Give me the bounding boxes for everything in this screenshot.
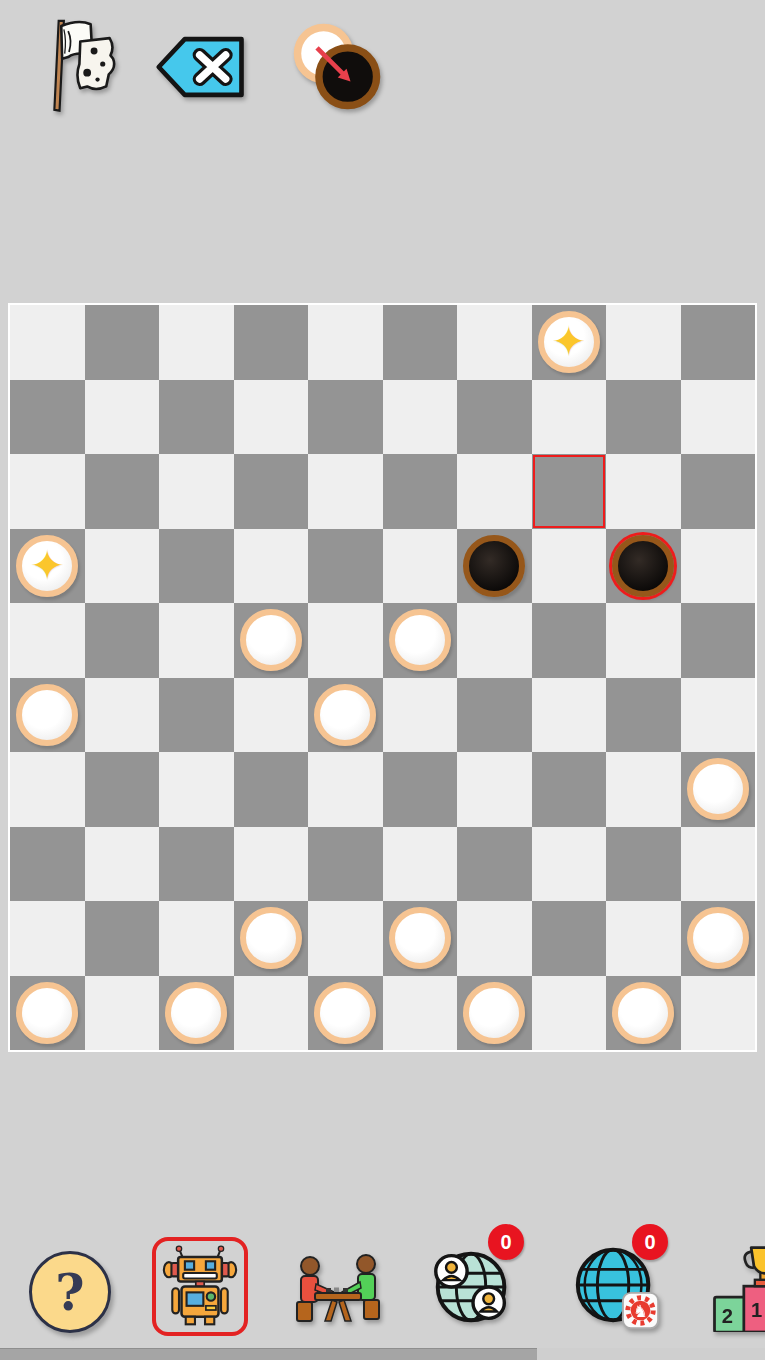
square-r0c1[interactable]	[85, 305, 160, 380]
square-r2c0	[10, 454, 85, 529]
square-r7c9	[681, 827, 756, 902]
white-man[interactable]	[687, 907, 749, 969]
leaderboard-button[interactable]: 2 1	[707, 1244, 765, 1332]
podium-first-label: 1	[751, 1299, 762, 1321]
robot-icon	[158, 1318, 242, 1333]
square-r5c1	[85, 678, 160, 753]
square-r5c6[interactable]	[457, 678, 532, 753]
two-players-table-icon	[288, 1242, 388, 1336]
square-r1c9	[681, 380, 756, 455]
square-r5c2[interactable]	[159, 678, 234, 753]
turn-indicator	[291, 20, 384, 113]
square-r4c3[interactable]	[234, 603, 309, 678]
king-crown-star-icon: ✦	[551, 321, 586, 363]
online-players-button[interactable]: 0	[424, 1238, 522, 1336]
square-r4c6	[457, 603, 532, 678]
square-r9c0[interactable]	[10, 976, 85, 1051]
square-r2c6	[457, 454, 532, 529]
square-r9c9	[681, 976, 756, 1051]
square-r8c0	[10, 901, 85, 976]
square-r7c6[interactable]	[457, 827, 532, 902]
square-r7c2[interactable]	[159, 827, 234, 902]
checkers-board: ✦✦	[8, 303, 757, 1052]
square-r8c8	[606, 901, 681, 976]
square-r4c7[interactable]	[532, 603, 607, 678]
square-r2c5[interactable]	[383, 454, 458, 529]
square-r8c7[interactable]	[532, 901, 607, 976]
square-r6c0	[10, 752, 85, 827]
square-r6c7[interactable]	[532, 752, 607, 827]
king-crown-star-icon: ✦	[30, 545, 65, 587]
square-r3c6[interactable]	[457, 529, 532, 604]
last-move-from-highlight	[533, 455, 606, 528]
square-r3c4[interactable]	[308, 529, 383, 604]
white-man[interactable]	[165, 982, 227, 1044]
white-man[interactable]	[687, 758, 749, 820]
square-r1c0[interactable]	[10, 380, 85, 455]
square-r3c3	[234, 529, 309, 604]
white-king[interactable]: ✦	[538, 311, 600, 373]
system-bar-dark-segment	[0, 1348, 537, 1360]
white-man[interactable]	[240, 609, 302, 671]
square-r0c9[interactable]	[681, 305, 756, 380]
square-r3c0[interactable]: ✦	[10, 529, 85, 604]
online-play-badge: 0	[632, 1224, 668, 1260]
close-x-arrow-icon	[155, 34, 248, 100]
square-r8c1[interactable]	[85, 901, 160, 976]
square-r7c4[interactable]	[308, 827, 383, 902]
square-r4c5[interactable]	[383, 603, 458, 678]
square-r5c3	[234, 678, 309, 753]
square-r3c2[interactable]	[159, 529, 234, 604]
white-man[interactable]	[240, 907, 302, 969]
square-r0c0	[10, 305, 85, 380]
square-r4c8	[606, 603, 681, 678]
square-r0c2	[159, 305, 234, 380]
square-r2c9[interactable]	[681, 454, 756, 529]
white-flag-icon	[25, 10, 120, 118]
square-r1c7	[532, 380, 607, 455]
square-r8c9[interactable]	[681, 901, 756, 976]
square-r5c9	[681, 678, 756, 753]
white-man[interactable]	[314, 684, 376, 746]
square-r0c8	[606, 305, 681, 380]
square-r3c9	[681, 529, 756, 604]
square-r1c3	[234, 380, 309, 455]
online-play-button[interactable]: 0 ♞	[568, 1238, 666, 1336]
turn-indicator-white-to-black-icon	[291, 20, 384, 113]
podium-second-label: 2	[722, 1305, 733, 1327]
square-r9c8[interactable]	[606, 976, 681, 1051]
square-r6c6	[457, 752, 532, 827]
square-r1c1	[85, 380, 160, 455]
square-r7c8[interactable]	[606, 827, 681, 902]
square-r4c1[interactable]	[85, 603, 160, 678]
square-r3c8[interactable]	[606, 529, 681, 604]
close-button[interactable]	[155, 34, 248, 100]
square-r6c2	[159, 752, 234, 827]
square-r6c8	[606, 752, 681, 827]
square-r1c6[interactable]	[457, 380, 532, 455]
system-navigation-bar	[0, 1348, 765, 1360]
black-man-last-moved[interactable]	[612, 535, 674, 597]
square-r8c5[interactable]	[383, 901, 458, 976]
square-r7c0[interactable]	[10, 827, 85, 902]
square-r2c8	[606, 454, 681, 529]
square-r0c3[interactable]	[234, 305, 309, 380]
square-r1c2[interactable]	[159, 380, 234, 455]
trophy-podium-icon: 2 1	[707, 1244, 765, 1332]
square-r9c6[interactable]	[457, 976, 532, 1051]
square-r4c2	[159, 603, 234, 678]
square-r0c4	[308, 305, 383, 380]
white-man[interactable]	[463, 982, 525, 1044]
square-r7c7	[532, 827, 607, 902]
square-r6c4	[308, 752, 383, 827]
svg-text:♞: ♞	[633, 1302, 648, 1321]
square-r7c3	[234, 827, 309, 902]
app-background: { "game": "checkers", "variant": "intern…	[0, 0, 765, 1360]
white-man[interactable]	[612, 982, 674, 1044]
square-r6c3[interactable]	[234, 752, 309, 827]
globe-users-icon	[424, 1322, 522, 1339]
square-r2c3[interactable]	[234, 454, 309, 529]
square-r6c9[interactable]	[681, 752, 756, 827]
surrender-button[interactable]	[25, 10, 120, 118]
square-r5c5	[383, 678, 458, 753]
white-man[interactable]	[389, 907, 451, 969]
online-players-badge-count: 0	[500, 1231, 511, 1254]
square-r8c2	[159, 901, 234, 976]
white-man[interactable]	[16, 982, 78, 1044]
white-man[interactable]	[389, 609, 451, 671]
square-r5c0[interactable]	[10, 678, 85, 753]
globe-chess-gear-icon: ♞	[568, 1322, 666, 1339]
square-r9c7	[532, 976, 607, 1051]
square-r1c8[interactable]	[606, 380, 681, 455]
square-r0c5[interactable]	[383, 305, 458, 380]
online-play-badge-count: 0	[644, 1231, 655, 1254]
square-r1c5	[383, 380, 458, 455]
local-two-player-button[interactable]	[288, 1242, 388, 1336]
square-r4c9[interactable]	[681, 603, 756, 678]
help-button[interactable]: ?	[29, 1251, 111, 1333]
square-r3c7	[532, 529, 607, 604]
square-r9c2[interactable]	[159, 976, 234, 1051]
square-r2c7[interactable]	[532, 454, 607, 529]
square-r2c4	[308, 454, 383, 529]
square-r3c5	[383, 529, 458, 604]
square-r5c8[interactable]	[606, 678, 681, 753]
square-r9c3	[234, 976, 309, 1051]
square-r3c1	[85, 529, 160, 604]
square-r0c6	[457, 305, 532, 380]
square-r7c1	[85, 827, 160, 902]
white-man[interactable]	[314, 982, 376, 1044]
question-mark-icon: ?	[55, 1263, 84, 1322]
square-r8c6	[457, 901, 532, 976]
square-r8c4	[308, 901, 383, 976]
square-r5c4[interactable]	[308, 678, 383, 753]
black-man[interactable]	[463, 535, 525, 597]
square-r4c0	[10, 603, 85, 678]
square-r9c4[interactable]	[308, 976, 383, 1051]
square-r6c5[interactable]	[383, 752, 458, 827]
square-r5c7	[532, 678, 607, 753]
white-king[interactable]: ✦	[16, 535, 78, 597]
white-man[interactable]	[16, 684, 78, 746]
square-r2c2	[159, 454, 234, 529]
square-r4c4	[308, 603, 383, 678]
square-r8c3[interactable]	[234, 901, 309, 976]
online-players-badge: 0	[488, 1224, 524, 1260]
square-r9c1	[85, 976, 160, 1051]
square-r1c4[interactable]	[308, 380, 383, 455]
square-r0c7[interactable]: ✦	[532, 305, 607, 380]
square-r2c1[interactable]	[85, 454, 160, 529]
square-r6c1[interactable]	[85, 752, 160, 827]
square-r9c5	[383, 976, 458, 1051]
vs-computer-button-selected[interactable]	[152, 1237, 248, 1336]
square-r7c5	[383, 827, 458, 902]
